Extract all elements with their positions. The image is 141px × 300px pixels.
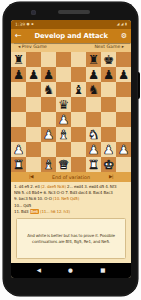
- square-g7[interactable]: ♟: [101, 67, 116, 82]
- current-move-token[interactable]: Be6: [30, 209, 39, 214]
- square-c6[interactable]: ♞: [41, 82, 56, 97]
- earpiece-speaker: [58, 10, 90, 14]
- battery-icon: ▮: [125, 23, 127, 27]
- move-token[interactable]: 10... Qd5: [14, 203, 31, 208]
- square-h2[interactable]: ♟: [116, 142, 131, 157]
- square-d2[interactable]: [56, 142, 71, 157]
- square-c2[interactable]: [41, 142, 56, 157]
- move-token[interactable]: (11... h6 12. h3): [40, 209, 70, 214]
- android-back-icon[interactable]: ◀: [37, 268, 41, 274]
- square-f6[interactable]: ♞: [86, 82, 101, 97]
- white-pawn: ♟: [118, 142, 129, 157]
- white-rook: ♜: [13, 157, 24, 172]
- square-c1[interactable]: ♝: [41, 157, 56, 172]
- commentary-area: And white is better but has to prove it.…: [11, 215, 131, 263]
- move-token[interactable]: 2... exd4 3. exd4 d5 4. Nf3: [66, 184, 116, 189]
- square-e5[interactable]: [71, 97, 86, 112]
- square-h6[interactable]: [116, 82, 131, 97]
- black-pawn: ♟: [13, 67, 24, 82]
- square-h4[interactable]: [116, 112, 131, 127]
- move-list: 1. d4 e5 2. e3 (2. dxe5 Nc6) 2... exd4 3…: [11, 182, 131, 215]
- square-a7[interactable]: ♟: [11, 67, 26, 82]
- square-d3[interactable]: ♝: [56, 127, 71, 142]
- square-d1[interactable]: ♛: [56, 157, 71, 172]
- square-h7[interactable]: ♟: [116, 67, 131, 82]
- square-a6[interactable]: [11, 82, 26, 97]
- black-queen: ♛: [58, 97, 69, 112]
- square-e4[interactable]: [71, 112, 86, 127]
- square-g1[interactable]: ♚: [101, 157, 116, 172]
- square-b6[interactable]: [26, 82, 41, 97]
- square-b7[interactable]: ♟: [26, 67, 41, 82]
- move-token[interactable]: Nf6 5. c4 Bb4+ 6. Nc3 O-O 7. Bd3 dxc4 8.…: [14, 190, 113, 195]
- square-e2[interactable]: [71, 142, 86, 157]
- signal-icon: ◢: [121, 23, 124, 27]
- square-d4[interactable]: ♟: [56, 112, 71, 127]
- square-a8[interactable]: ♜: [11, 52, 26, 67]
- black-knight: ♞: [88, 82, 99, 97]
- phone-frame: 1:39 ● ▪ ◢ ◢ ▮ ← Develop and Attack ⚙ ◂: [3, 2, 138, 296]
- white-queen: ♛: [58, 157, 69, 172]
- move-token[interactable]: 11. Bd3: [14, 209, 30, 214]
- square-a1[interactable]: ♜: [11, 157, 26, 172]
- square-g6[interactable]: [101, 82, 116, 97]
- next-arrow-icon: ▸: [122, 44, 124, 49]
- gear-icon[interactable]: ⚙: [121, 33, 127, 40]
- white-bishop: ♝: [58, 127, 69, 142]
- white-pawn: ♟: [103, 142, 114, 157]
- square-f7[interactable]: ♟: [86, 67, 101, 82]
- move-token[interactable]: 9. bxc3 Nc6 10. O-O: [14, 196, 53, 201]
- white-pawn: ♟: [58, 112, 69, 127]
- square-d7[interactable]: [56, 67, 71, 82]
- skip-to-start-button[interactable]: |◀: [29, 175, 33, 180]
- prev-game-button[interactable]: ◂ Prev Game: [18, 45, 47, 50]
- screenshot-stage: 1:39 ● ▪ ◢ ◢ ▮ ← Develop and Attack ⚙ ◂: [0, 0, 141, 300]
- variation-status-label: End of variation: [52, 175, 90, 180]
- commentary-card: And white is better but has to prove it.…: [16, 218, 126, 259]
- white-knight: ♞: [88, 127, 99, 142]
- notification-icon-2: ▪: [31, 23, 33, 27]
- square-c3[interactable]: ♟: [41, 127, 56, 142]
- black-rook: ♜: [88, 52, 99, 67]
- android-nav-bar: ◀ ● ■: [11, 263, 131, 278]
- android-home-icon[interactable]: ●: [68, 268, 73, 274]
- move-token[interactable]: 1. d4 e5 2. e3: [14, 184, 41, 189]
- square-a2[interactable]: ♟: [11, 142, 26, 157]
- square-f5[interactable]: [86, 97, 101, 112]
- square-e7[interactable]: [71, 67, 86, 82]
- next-game-button[interactable]: Next Game ▸: [94, 45, 124, 50]
- notification-icon: ●: [27, 23, 30, 27]
- move-token[interactable]: (10. Ne5 Qd5): [53, 196, 79, 201]
- white-pawn: ♟: [88, 142, 99, 157]
- square-b5[interactable]: [26, 97, 41, 112]
- square-b3[interactable]: [26, 127, 41, 142]
- black-pawn: ♟: [88, 67, 99, 82]
- square-a5[interactable]: [11, 97, 26, 112]
- next-game-label: Next Game: [94, 44, 120, 49]
- black-rook: ♜: [13, 52, 24, 67]
- white-rook: ♜: [88, 157, 99, 172]
- black-king: ♚: [103, 52, 114, 67]
- white-pawn: ♟: [43, 127, 54, 142]
- white-bishop: ♝: [43, 157, 54, 172]
- black-pawn: ♟: [118, 67, 129, 82]
- phone-screen: 1:39 ● ▪ ◢ ◢ ▮ ← Develop and Attack ⚙ ◂: [11, 20, 131, 278]
- square-b2[interactable]: [26, 142, 41, 157]
- square-g3[interactable]: [101, 127, 116, 142]
- skip-to-end-button[interactable]: ▶|: [109, 175, 113, 180]
- square-d5[interactable]: ♛: [56, 97, 71, 112]
- square-a4[interactable]: [11, 112, 26, 127]
- square-g5[interactable]: [101, 97, 116, 112]
- android-recents-icon[interactable]: ■: [100, 268, 105, 274]
- clock: 1:39: [15, 22, 25, 27]
- game-nav-strip: ◂ Prev Game Next Game ▸: [11, 43, 131, 52]
- square-h8[interactable]: [116, 52, 131, 67]
- square-c4[interactable]: [41, 112, 56, 127]
- square-g8[interactable]: ♚: [101, 52, 116, 67]
- square-c7[interactable]: ♟: [41, 67, 56, 82]
- square-b8[interactable]: [26, 52, 41, 67]
- square-f4[interactable]: [86, 112, 101, 127]
- square-h5[interactable]: [116, 97, 131, 112]
- square-f3[interactable]: ♞: [86, 127, 101, 142]
- commentary-text: And white is better but has to prove it.…: [23, 233, 119, 244]
- status-left: 1:39 ● ▪: [15, 22, 34, 27]
- chess-board: ♜♜♚♟♟♟♟♟♟♞♝♞♛♟♟♝♞♟♟♟♟♜♝♛♜♚: [11, 52, 131, 172]
- square-f8[interactable]: ♜: [86, 52, 101, 67]
- square-f1[interactable]: ♜: [86, 157, 101, 172]
- square-e8[interactable]: [71, 52, 86, 67]
- square-d6[interactable]: [56, 82, 71, 97]
- square-a3[interactable]: [11, 127, 26, 142]
- square-b1[interactable]: [26, 157, 41, 172]
- square-h1[interactable]: [116, 157, 131, 172]
- square-e1[interactable]: [71, 157, 86, 172]
- black-pawn: ♟: [28, 67, 39, 82]
- white-pawn: ♟: [13, 142, 24, 157]
- prev-game-label: Prev Game: [22, 44, 47, 49]
- square-f2[interactable]: ♟: [86, 142, 101, 157]
- variation-controls-bar: |◀ End of variation ▶|: [11, 172, 131, 182]
- square-d8[interactable]: [56, 52, 71, 67]
- black-knight: ♞: [43, 82, 54, 97]
- move-token[interactable]: (2. dxe5 Nc6): [41, 184, 66, 189]
- white-king: ♚: [103, 157, 114, 172]
- square-e6[interactable]: ♝: [71, 82, 86, 97]
- square-c5[interactable]: [41, 97, 56, 112]
- square-h3[interactable]: [116, 127, 131, 142]
- square-e3[interactable]: [71, 127, 86, 142]
- black-bishop: ♝: [73, 82, 84, 97]
- prev-arrow-icon: ◂: [18, 44, 20, 49]
- page-title: Develop and Attack: [22, 32, 121, 40]
- status-right: ◢ ◢ ▮: [117, 23, 127, 27]
- black-pawn: ♟: [43, 67, 54, 82]
- square-g4[interactable]: [101, 112, 116, 127]
- front-camera: [31, 10, 36, 15]
- status-bar: 1:39 ● ▪ ◢ ◢ ▮: [11, 20, 131, 29]
- black-pawn: ♟: [103, 67, 114, 82]
- square-b4[interactable]: [26, 112, 41, 127]
- square-c8[interactable]: [41, 52, 56, 67]
- wifi-icon: ◢: [117, 23, 120, 27]
- back-icon[interactable]: ←: [15, 32, 22, 40]
- square-g2[interactable]: ♟: [101, 142, 116, 157]
- app-bar: ← Develop and Attack ⚙: [11, 29, 131, 43]
